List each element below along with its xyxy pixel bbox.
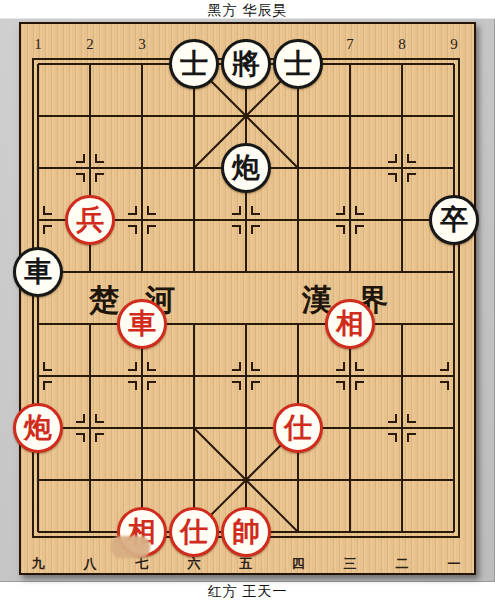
red-advisor-1-piece[interactable]: 仕 <box>273 403 323 453</box>
board-point-1-7: 炮 <box>12 402 64 454</box>
black-pawn-piece[interactable]: 卒 <box>429 195 479 245</box>
black-advisor-2-piece[interactable]: 士 <box>273 39 323 89</box>
red-player-title: 红方 王天一 <box>0 583 495 600</box>
render-artifact <box>111 536 150 558</box>
red-general-piece[interactable]: 帥 <box>221 507 271 557</box>
black-cannon-piece[interactable]: 炮 <box>221 143 271 193</box>
xiangqi-board[interactable]: 123456789 九八七六五四三二一 楚河 漢界 士將士炮兵卒車車相炮仕相仕帥 <box>19 22 476 575</box>
red-pawn-piece[interactable]: 兵 <box>65 195 115 245</box>
red-chariot-piece[interactable]: 車 <box>117 299 167 349</box>
board-point-5-9: 帥 <box>220 506 272 558</box>
red-advisor-2-piece[interactable]: 仕 <box>169 507 219 557</box>
black-general-piece[interactable]: 將 <box>221 39 271 89</box>
board-point-2-3: 兵 <box>64 194 116 246</box>
red-elephant-1-piece[interactable]: 相 <box>325 299 375 349</box>
board-frame: 123456789 九八七六五四三二一 楚河 漢界 士將士炮兵卒車車相炮仕相仕帥 <box>0 18 495 582</box>
board-point-6-0: 士 <box>272 38 324 90</box>
board-point-4-9: 仕 <box>168 506 220 558</box>
xiangqi-app: 黑方 华辰昊 123456789 九八七六五四三二一 楚河 漢界 士將士炮兵卒車… <box>0 0 495 600</box>
board-point-5-2: 炮 <box>220 142 272 194</box>
board-point-6-7: 仕 <box>272 402 324 454</box>
pieces-grid: 士將士炮兵卒車車相炮仕相仕帥 <box>12 38 480 558</box>
black-chariot-piece[interactable]: 車 <box>13 247 63 297</box>
black-advisor-1-piece[interactable]: 士 <box>169 39 219 89</box>
board-point-7-5: 相 <box>324 298 376 350</box>
board-point-9-3: 卒 <box>428 194 480 246</box>
board-point-4-0: 士 <box>168 38 220 90</box>
board-point-3-5: 車 <box>116 298 168 350</box>
board-point-5-0: 將 <box>220 38 272 90</box>
board-point-1-4: 車 <box>12 246 64 298</box>
red-cannon-piece[interactable]: 炮 <box>13 403 63 453</box>
